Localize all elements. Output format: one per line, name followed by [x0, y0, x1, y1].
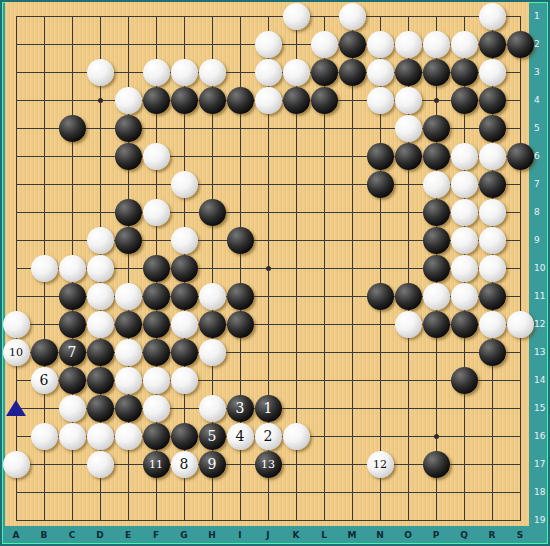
stone-black-P9[interactable]	[423, 227, 450, 254]
stone-black-S6[interactable]	[507, 143, 534, 170]
stone-black-move-3-I15[interactable]: 3	[227, 395, 254, 422]
move-number: 10	[9, 347, 23, 358]
stone-black-F16[interactable]	[143, 423, 170, 450]
stone-black-move-5-H16[interactable]: 5	[199, 423, 226, 450]
stone-white-D17[interactable]	[87, 451, 114, 478]
column-label-S: S	[513, 531, 527, 540]
stone-white-K16[interactable]	[283, 423, 310, 450]
stone-white-E4[interactable]	[115, 87, 142, 114]
move-number: 12	[373, 459, 387, 470]
stone-black-R4[interactable]	[479, 87, 506, 114]
stone-white-R10[interactable]	[479, 255, 506, 282]
stone-black-M3[interactable]	[339, 59, 366, 86]
stone-white-P2[interactable]	[423, 31, 450, 58]
stone-white-G12[interactable]	[171, 311, 198, 338]
stone-white-B10[interactable]	[31, 255, 58, 282]
stone-white-K3[interactable]	[283, 59, 310, 86]
stone-black-R2[interactable]	[479, 31, 506, 58]
column-label-A: A	[9, 531, 23, 540]
stone-white-R8[interactable]	[479, 199, 506, 226]
stone-black-P17[interactable]	[423, 451, 450, 478]
stone-black-S2[interactable]	[507, 31, 534, 58]
row-label-3: 3	[534, 68, 550, 77]
stone-black-O3[interactable]	[395, 59, 422, 86]
row-label-1: 1	[534, 12, 550, 21]
stone-white-Q2[interactable]	[451, 31, 478, 58]
stone-black-F13[interactable]	[143, 339, 170, 366]
stone-black-P5[interactable]	[423, 115, 450, 142]
stone-black-F11[interactable]	[143, 283, 170, 310]
stone-white-move-6-B14[interactable]: 6	[31, 367, 58, 394]
stone-black-R7[interactable]	[479, 171, 506, 198]
stone-black-N7[interactable]	[367, 171, 394, 198]
row-label-7: 7	[534, 180, 550, 189]
row-label-4: 4	[534, 96, 550, 105]
stone-white-move-2-J16[interactable]: 2	[255, 423, 282, 450]
star-point	[98, 98, 103, 103]
row-label-14: 14	[534, 376, 550, 385]
stone-white-J2[interactable]	[255, 31, 282, 58]
stone-white-S12[interactable]	[507, 311, 534, 338]
stone-white-E13[interactable]	[115, 339, 142, 366]
stone-white-O5[interactable]	[395, 115, 422, 142]
stone-white-R9[interactable]	[479, 227, 506, 254]
stone-white-E14[interactable]	[115, 367, 142, 394]
stone-black-E6[interactable]	[115, 143, 142, 170]
go-app-window: 10763154211891312ABCDEFGHIJKLMNOPQRS1234…	[0, 0, 550, 546]
column-label-J: J	[261, 531, 275, 540]
stone-black-P12[interactable]	[423, 311, 450, 338]
column-label-C: C	[65, 531, 79, 540]
stone-black-C12[interactable]	[59, 311, 86, 338]
move-number: 9	[208, 457, 217, 471]
column-label-B: B	[37, 531, 51, 540]
stone-black-C11[interactable]	[59, 283, 86, 310]
move-number: 8	[180, 457, 189, 471]
stone-black-D13[interactable]	[87, 339, 114, 366]
stone-white-F14[interactable]	[143, 367, 170, 394]
stone-white-C15[interactable]	[59, 395, 86, 422]
stone-black-M2[interactable]	[339, 31, 366, 58]
stone-white-D3[interactable]	[87, 59, 114, 86]
stone-black-F10[interactable]	[143, 255, 170, 282]
stone-white-M1[interactable]	[339, 3, 366, 30]
column-label-H: H	[205, 531, 219, 540]
stone-white-R3[interactable]	[479, 59, 506, 86]
stone-black-G13[interactable]	[171, 339, 198, 366]
stone-white-N2[interactable]	[367, 31, 394, 58]
stone-black-P10[interactable]	[423, 255, 450, 282]
row-label-6: 6	[534, 152, 550, 161]
stone-white-C16[interactable]	[59, 423, 86, 450]
move-number: 3	[236, 401, 245, 415]
stone-white-F3[interactable]	[143, 59, 170, 86]
stone-white-move-4-I16[interactable]: 4	[227, 423, 254, 450]
stone-black-Q4[interactable]	[451, 87, 478, 114]
stone-black-move-11-F17[interactable]: 11	[143, 451, 170, 478]
stone-white-H15[interactable]	[199, 395, 226, 422]
column-label-E: E	[121, 531, 135, 540]
row-label-11: 11	[534, 292, 550, 301]
stone-black-I12[interactable]	[227, 311, 254, 338]
row-label-17: 17	[534, 460, 550, 469]
stone-black-E8[interactable]	[115, 199, 142, 226]
row-label-19: 19	[534, 516, 550, 525]
stone-white-D9[interactable]	[87, 227, 114, 254]
stone-black-E5[interactable]	[115, 115, 142, 142]
grid-line-h	[16, 492, 521, 493]
stone-white-H13[interactable]	[199, 339, 226, 366]
stone-black-move-1-J15[interactable]: 1	[255, 395, 282, 422]
stone-black-Q14[interactable]	[451, 367, 478, 394]
row-label-2: 2	[534, 40, 550, 49]
stone-white-G14[interactable]	[171, 367, 198, 394]
star-point	[266, 266, 271, 271]
stone-white-H11[interactable]	[199, 283, 226, 310]
move-number: 6	[40, 373, 49, 387]
stone-black-I11[interactable]	[227, 283, 254, 310]
stone-white-N3[interactable]	[367, 59, 394, 86]
stone-white-E16[interactable]	[115, 423, 142, 450]
stone-white-H3[interactable]	[199, 59, 226, 86]
stone-white-J3[interactable]	[255, 59, 282, 86]
row-label-18: 18	[534, 488, 550, 497]
move-number: 11	[149, 459, 163, 470]
move-number: 7	[68, 345, 77, 359]
triangle-marker	[6, 400, 26, 416]
move-number: 13	[261, 459, 275, 470]
stone-white-D12[interactable]	[87, 311, 114, 338]
stone-black-C5[interactable]	[59, 115, 86, 142]
stone-white-D16[interactable]	[87, 423, 114, 450]
stone-white-G3[interactable]	[171, 59, 198, 86]
stone-white-R6[interactable]	[479, 143, 506, 170]
stone-white-Q9[interactable]	[451, 227, 478, 254]
stone-black-R11[interactable]	[479, 283, 506, 310]
stone-white-D10[interactable]	[87, 255, 114, 282]
stone-black-I4[interactable]	[227, 87, 254, 114]
stone-white-move-12-N17[interactable]: 12	[367, 451, 394, 478]
stone-white-Q7[interactable]	[451, 171, 478, 198]
stone-white-L2[interactable]	[311, 31, 338, 58]
stone-white-F8[interactable]	[143, 199, 170, 226]
stone-black-move-7-C13[interactable]: 7	[59, 339, 86, 366]
stone-black-move-9-H17[interactable]: 9	[199, 451, 226, 478]
stone-white-C10[interactable]	[59, 255, 86, 282]
column-label-M: M	[345, 531, 359, 540]
column-label-D: D	[93, 531, 107, 540]
row-label-13: 13	[534, 348, 550, 357]
stone-black-N11[interactable]	[367, 283, 394, 310]
stone-black-E9[interactable]	[115, 227, 142, 254]
move-number: 5	[208, 429, 217, 443]
column-label-P: P	[429, 531, 443, 540]
stone-black-R5[interactable]	[479, 115, 506, 142]
stone-white-Q6[interactable]	[451, 143, 478, 170]
stone-black-H8[interactable]	[199, 199, 226, 226]
column-label-Q: Q	[457, 531, 471, 540]
stone-black-P3[interactable]	[423, 59, 450, 86]
stone-white-B16[interactable]	[31, 423, 58, 450]
stone-black-R13[interactable]	[479, 339, 506, 366]
column-label-K: K	[289, 531, 303, 540]
stone-white-O2[interactable]	[395, 31, 422, 58]
stone-black-N6[interactable]	[367, 143, 394, 170]
row-label-5: 5	[534, 124, 550, 133]
row-label-9: 9	[534, 236, 550, 245]
star-point	[434, 98, 439, 103]
stone-black-Q3[interactable]	[451, 59, 478, 86]
stone-black-G11[interactable]	[171, 283, 198, 310]
stone-black-G16[interactable]	[171, 423, 198, 450]
move-number: 2	[264, 429, 273, 443]
stone-black-D14[interactable]	[87, 367, 114, 394]
grid-line-h	[16, 520, 521, 521]
stone-white-Q11[interactable]	[451, 283, 478, 310]
stone-white-K1[interactable]	[283, 3, 310, 30]
stone-white-D11[interactable]	[87, 283, 114, 310]
column-label-O: O	[401, 531, 415, 540]
stone-white-move-8-G17[interactable]: 8	[171, 451, 198, 478]
column-label-I: I	[233, 531, 247, 540]
stone-black-G10[interactable]	[171, 255, 198, 282]
stone-black-C14[interactable]	[59, 367, 86, 394]
stone-white-F15[interactable]	[143, 395, 170, 422]
row-label-10: 10	[534, 264, 550, 273]
stone-black-K4[interactable]	[283, 87, 310, 114]
stone-black-B13[interactable]	[31, 339, 58, 366]
stone-white-E11[interactable]	[115, 283, 142, 310]
column-label-L: L	[317, 531, 331, 540]
stone-black-F12[interactable]	[143, 311, 170, 338]
stone-black-H4[interactable]	[199, 87, 226, 114]
stone-white-G9[interactable]	[171, 227, 198, 254]
stone-white-Q10[interactable]	[451, 255, 478, 282]
stone-black-L3[interactable]	[311, 59, 338, 86]
row-label-15: 15	[534, 404, 550, 413]
grid-line-v	[520, 16, 521, 521]
stone-white-move-10-A13[interactable]: 10	[3, 339, 30, 366]
stone-black-P8[interactable]	[423, 199, 450, 226]
stone-white-P11[interactable]	[423, 283, 450, 310]
stone-white-G7[interactable]	[171, 171, 198, 198]
stone-white-A17[interactable]	[3, 451, 30, 478]
column-label-N: N	[373, 531, 387, 540]
stone-white-O12[interactable]	[395, 311, 422, 338]
column-label-F: F	[149, 531, 163, 540]
stone-black-G4[interactable]	[171, 87, 198, 114]
stone-white-F6[interactable]	[143, 143, 170, 170]
stone-black-F4[interactable]	[143, 87, 170, 114]
stone-white-O4[interactable]	[395, 87, 422, 114]
stone-white-R1[interactable]	[479, 3, 506, 30]
stone-white-J4[interactable]	[255, 87, 282, 114]
row-label-16: 16	[534, 432, 550, 441]
stone-black-E15[interactable]	[115, 395, 142, 422]
column-label-G: G	[177, 531, 191, 540]
star-point	[434, 434, 439, 439]
stone-black-Q12[interactable]	[451, 311, 478, 338]
stone-black-E12[interactable]	[115, 311, 142, 338]
stone-black-I9[interactable]	[227, 227, 254, 254]
stone-black-O11[interactable]	[395, 283, 422, 310]
row-label-12: 12	[534, 320, 550, 329]
stone-black-move-13-J17[interactable]: 13	[255, 451, 282, 478]
row-label-8: 8	[534, 208, 550, 217]
stone-black-D15[interactable]	[87, 395, 114, 422]
stone-white-N4[interactable]	[367, 87, 394, 114]
move-number: 1	[264, 401, 273, 415]
stone-white-A12[interactable]	[3, 311, 30, 338]
stone-black-L4[interactable]	[311, 87, 338, 114]
stone-white-R12[interactable]	[479, 311, 506, 338]
stone-black-P6[interactable]	[423, 143, 450, 170]
stone-white-Q8[interactable]	[451, 199, 478, 226]
move-number: 4	[236, 429, 245, 443]
stone-white-P7[interactable]	[423, 171, 450, 198]
grid-line-v	[352, 16, 353, 521]
stone-black-H12[interactable]	[199, 311, 226, 338]
stone-black-O6[interactable]	[395, 143, 422, 170]
column-label-R: R	[485, 531, 499, 540]
